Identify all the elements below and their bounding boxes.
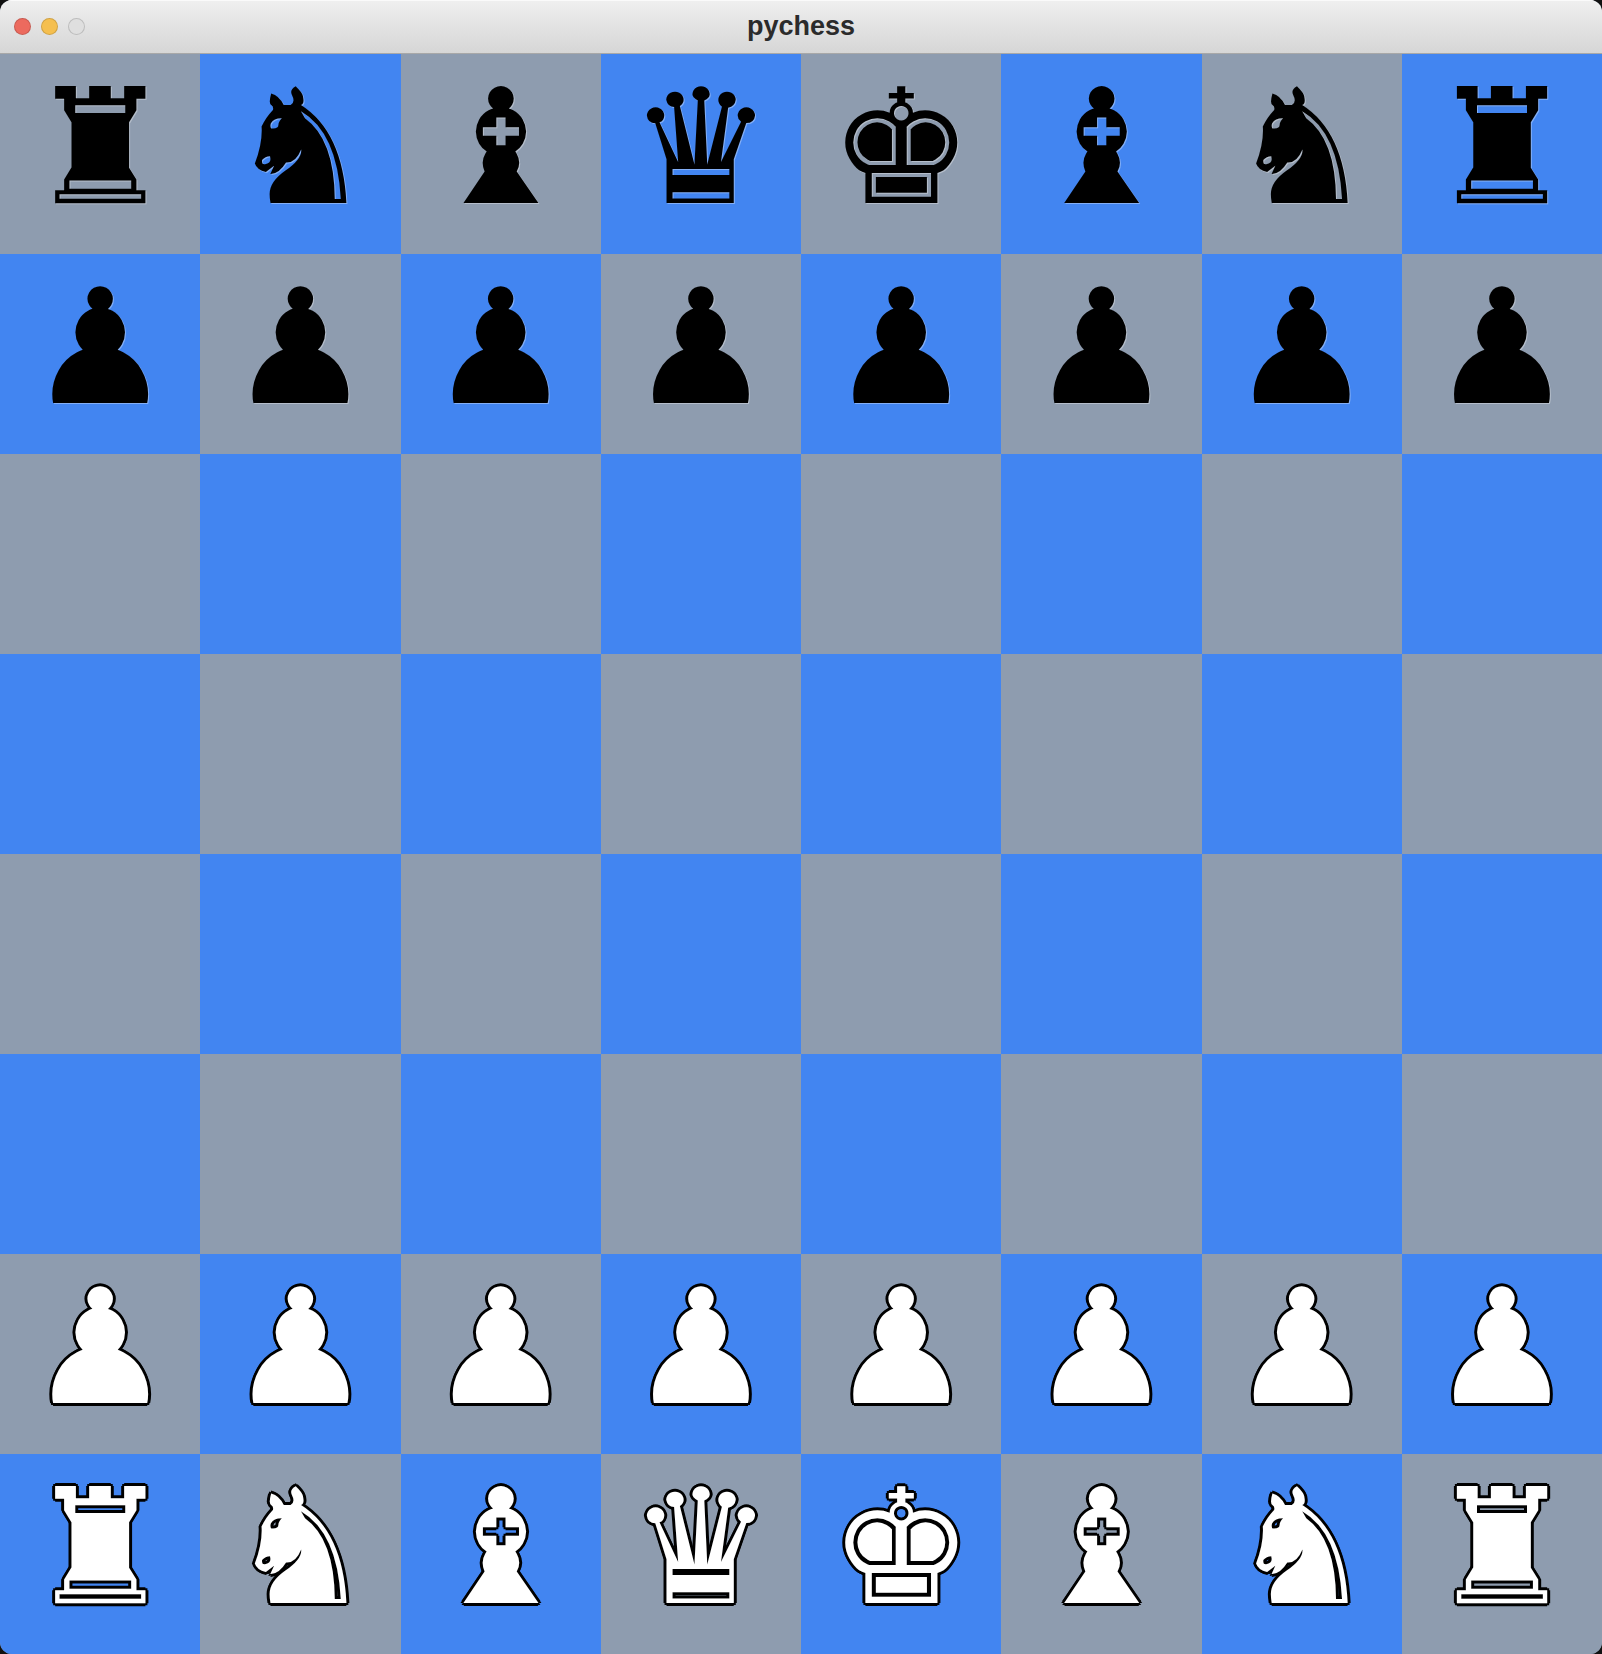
square-d2[interactable]: ♟	[601, 1254, 801, 1454]
square-c6[interactable]	[401, 454, 601, 654]
piece-black-pawn[interactable]: ♟	[1430, 268, 1573, 428]
square-f3[interactable]	[1001, 1054, 1201, 1254]
square-b3[interactable]	[200, 1054, 400, 1254]
piece-black-king[interactable]: ♚	[829, 68, 972, 228]
square-g6[interactable]	[1202, 454, 1402, 654]
square-e2[interactable]: ♟	[801, 1254, 1001, 1454]
square-f1[interactable]: ♝	[1001, 1454, 1201, 1654]
square-d6[interactable]	[601, 454, 801, 654]
piece-black-rook[interactable]: ♜	[1430, 68, 1573, 228]
square-d3[interactable]	[601, 1054, 801, 1254]
square-c7[interactable]: ♟	[401, 254, 601, 454]
piece-white-rook[interactable]: ♜	[28, 1468, 171, 1628]
piece-white-bishop[interactable]: ♝	[429, 1468, 572, 1628]
square-b5[interactable]	[200, 654, 400, 854]
piece-black-pawn[interactable]: ♟	[429, 268, 572, 428]
piece-white-pawn[interactable]: ♟	[829, 1268, 972, 1428]
square-b1[interactable]: ♞	[200, 1454, 400, 1654]
square-d7[interactable]: ♟	[601, 254, 801, 454]
square-g5[interactable]	[1202, 654, 1402, 854]
square-a2[interactable]: ♟	[0, 1254, 200, 1454]
zoom-button	[68, 18, 85, 35]
square-h3[interactable]	[1402, 1054, 1602, 1254]
square-a3[interactable]	[0, 1054, 200, 1254]
piece-black-knight[interactable]: ♞	[229, 68, 372, 228]
piece-black-knight[interactable]: ♞	[1230, 68, 1373, 228]
piece-white-pawn[interactable]: ♟	[429, 1268, 572, 1428]
square-c1[interactable]: ♝	[401, 1454, 601, 1654]
square-e1[interactable]: ♚	[801, 1454, 1001, 1654]
square-e4[interactable]	[801, 854, 1001, 1054]
square-a4[interactable]	[0, 854, 200, 1054]
square-d1[interactable]: ♛	[601, 1454, 801, 1654]
piece-black-pawn[interactable]: ♟	[829, 268, 972, 428]
square-f5[interactable]	[1001, 654, 1201, 854]
square-e5[interactable]	[801, 654, 1001, 854]
square-b7[interactable]: ♟	[200, 254, 400, 454]
piece-white-pawn[interactable]: ♟	[629, 1268, 772, 1428]
piece-black-pawn[interactable]: ♟	[28, 268, 171, 428]
close-button[interactable]	[14, 18, 31, 35]
square-c8[interactable]: ♝	[401, 54, 601, 254]
square-d8[interactable]: ♛	[601, 54, 801, 254]
square-b4[interactable]	[200, 854, 400, 1054]
piece-white-king[interactable]: ♚	[829, 1468, 972, 1628]
square-f6[interactable]	[1001, 454, 1201, 654]
square-g8[interactable]: ♞	[1202, 54, 1402, 254]
square-c4[interactable]	[401, 854, 601, 1054]
square-c2[interactable]: ♟	[401, 1254, 601, 1454]
square-g4[interactable]	[1202, 854, 1402, 1054]
piece-white-knight[interactable]: ♞	[229, 1468, 372, 1628]
window-title: pychess	[0, 11, 1602, 42]
piece-white-rook[interactable]: ♜	[1430, 1468, 1573, 1628]
square-f2[interactable]: ♟	[1001, 1254, 1201, 1454]
square-a6[interactable]	[0, 454, 200, 654]
square-c5[interactable]	[401, 654, 601, 854]
piece-black-pawn[interactable]: ♟	[1230, 268, 1373, 428]
piece-black-rook[interactable]: ♜	[28, 68, 171, 228]
window-titlebar[interactable]: pychess	[0, 0, 1602, 54]
piece-black-pawn[interactable]: ♟	[629, 268, 772, 428]
minimize-button[interactable]	[41, 18, 58, 35]
piece-white-knight[interactable]: ♞	[1230, 1468, 1373, 1628]
square-h7[interactable]: ♟	[1402, 254, 1602, 454]
square-f4[interactable]	[1001, 854, 1201, 1054]
square-e3[interactable]	[801, 1054, 1001, 1254]
chess-board: ♜♞♝♛♚♝♞♜♟♟♟♟♟♟♟♟♟♟♟♟♟♟♟♟♜♞♝♛♚♝♞♜	[0, 54, 1602, 1654]
pychess-window: pychess ♜♞♝♛♚♝♞♜♟♟♟♟♟♟♟♟♟♟♟♟♟♟♟♟♜♞♝♛♚♝♞♜	[0, 0, 1602, 1654]
square-h1[interactable]: ♜	[1402, 1454, 1602, 1654]
square-a7[interactable]: ♟	[0, 254, 200, 454]
square-h4[interactable]	[1402, 854, 1602, 1054]
piece-black-pawn[interactable]: ♟	[229, 268, 372, 428]
square-h6[interactable]	[1402, 454, 1602, 654]
square-e7[interactable]: ♟	[801, 254, 1001, 454]
piece-black-bishop[interactable]: ♝	[429, 68, 572, 228]
piece-black-bishop[interactable]: ♝	[1030, 68, 1173, 228]
square-f7[interactable]: ♟	[1001, 254, 1201, 454]
square-b2[interactable]: ♟	[200, 1254, 400, 1454]
square-e6[interactable]	[801, 454, 1001, 654]
piece-white-pawn[interactable]: ♟	[1430, 1268, 1573, 1428]
piece-white-pawn[interactable]: ♟	[1230, 1268, 1373, 1428]
square-h8[interactable]: ♜	[1402, 54, 1602, 254]
piece-white-pawn[interactable]: ♟	[229, 1268, 372, 1428]
square-g1[interactable]: ♞	[1202, 1454, 1402, 1654]
square-f8[interactable]: ♝	[1001, 54, 1201, 254]
square-g7[interactable]: ♟	[1202, 254, 1402, 454]
square-e8[interactable]: ♚	[801, 54, 1001, 254]
square-d4[interactable]	[601, 854, 801, 1054]
piece-white-pawn[interactable]: ♟	[28, 1268, 171, 1428]
piece-black-pawn[interactable]: ♟	[1030, 268, 1173, 428]
square-h2[interactable]: ♟	[1402, 1254, 1602, 1454]
piece-white-pawn[interactable]: ♟	[1030, 1268, 1173, 1428]
square-a5[interactable]	[0, 654, 200, 854]
piece-white-queen[interactable]: ♛	[629, 1468, 772, 1628]
square-c3[interactable]	[401, 1054, 601, 1254]
square-d5[interactable]	[601, 654, 801, 854]
square-h5[interactable]	[1402, 654, 1602, 854]
square-a1[interactable]: ♜	[0, 1454, 200, 1654]
traffic-lights	[14, 0, 85, 53]
square-a8[interactable]: ♜	[0, 54, 200, 254]
piece-black-queen[interactable]: ♛	[629, 68, 772, 228]
piece-white-bishop[interactable]: ♝	[1030, 1468, 1173, 1628]
square-b8[interactable]: ♞	[200, 54, 400, 254]
square-g3[interactable]	[1202, 1054, 1402, 1254]
square-b6[interactable]	[200, 454, 400, 654]
square-g2[interactable]: ♟	[1202, 1254, 1402, 1454]
